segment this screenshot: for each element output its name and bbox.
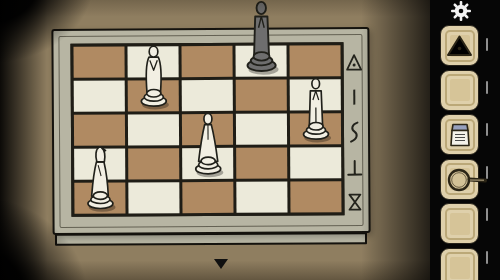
chess-board: [51, 27, 370, 235]
board-cell-r1c3[interactable]: [181, 46, 232, 77]
inventory-slot-1-warning-triangle-sign[interactable]: [440, 25, 479, 66]
board-cell-r1c5[interactable]: [289, 45, 340, 76]
inventory-slot-6-comb[interactable]: [440, 248, 479, 280]
inventory-slot-5-empty[interactable]: [440, 203, 479, 244]
inventory-slot-4-magnifying-glass[interactable]: [440, 159, 479, 200]
board-cell-r3c5[interactable]: [290, 113, 341, 144]
board-grid-frame: [70, 42, 344, 217]
board-cell-r2c3[interactable]: [182, 80, 233, 111]
warning-triangle-icon: [446, 34, 473, 58]
chess-board-grid: [73, 45, 341, 214]
magnifying-glass-icon: [445, 167, 487, 193]
piece-white-praying[interactable]: [133, 40, 173, 110]
piece-white-hooded[interactable]: [80, 143, 120, 213]
slot-core: [450, 79, 470, 101]
board-cell-r1c1[interactable]: [73, 47, 124, 78]
navigate-down-arrow[interactable]: [214, 259, 228, 269]
board-cell-r2c1[interactable]: [74, 81, 125, 112]
room-scene: [0, 0, 430, 280]
board-cell-r3c1[interactable]: [74, 115, 125, 146]
piece-dark-figure[interactable]: [241, 0, 281, 76]
board-cell-r2c2[interactable]: [128, 80, 179, 111]
slot-core: [450, 257, 470, 279]
inventory-slot-list: [440, 25, 479, 280]
piece-white-robed[interactable]: [187, 108, 227, 178]
rune-hourglass-icon: [346, 192, 363, 212]
rune-triangle-with-dot-icon: [346, 52, 363, 72]
board-cell-r4c2[interactable]: [128, 148, 179, 179]
slot-dash: [486, 81, 488, 94]
rune-perpendicular-icon: [346, 159, 363, 177]
folded-note-icon: [448, 122, 472, 148]
slot-dash: [486, 208, 488, 221]
board-rune-column: [346, 52, 364, 212]
board-cell-r5c5[interactable]: [290, 181, 341, 212]
slot-dash: [486, 251, 488, 264]
board-cell-r2c4[interactable]: [236, 80, 287, 111]
slot-core: [450, 213, 470, 235]
board-cell-r4c3[interactable]: [182, 148, 233, 179]
board-cell-r4c5[interactable]: [290, 147, 341, 178]
inventory-sidebar: [430, 0, 500, 280]
rune-vertical-line-icon: [346, 88, 363, 106]
rune-s-curve-icon: [346, 121, 363, 143]
board-cell-r5c3[interactable]: [182, 182, 233, 213]
slot-dash: [486, 123, 488, 136]
inventory-slot-3-folded-note[interactable]: [440, 114, 479, 155]
board-cell-r5c2[interactable]: [128, 182, 179, 213]
board-cell-r3c4[interactable]: [236, 114, 287, 145]
settings-gear-icon[interactable]: [451, 1, 471, 21]
board-cell-r1c4[interactable]: [235, 46, 286, 77]
piece-white-suit[interactable]: [295, 73, 335, 143]
board-cell-r5c4[interactable]: [236, 182, 287, 213]
slot-dash: [486, 38, 488, 51]
board-cell-r5c1[interactable]: [74, 183, 125, 214]
inventory-slot-2-empty[interactable]: [440, 70, 479, 111]
board-cell-r4c4[interactable]: [236, 148, 287, 179]
board-cell-r3c2[interactable]: [128, 114, 179, 145]
